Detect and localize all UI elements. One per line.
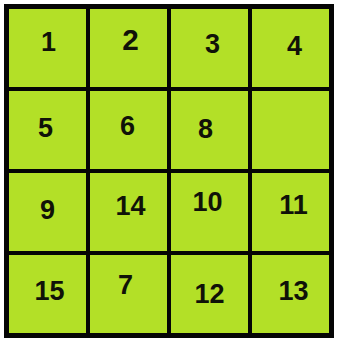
- tile-number: 5: [38, 113, 53, 144]
- tile-number: 2: [122, 23, 139, 57]
- tile-11[interactable]: 11: [252, 173, 329, 251]
- tile-3[interactable]: 3: [171, 9, 248, 87]
- tile-number: 14: [115, 191, 145, 222]
- page-background: 123456891410111571213: [0, 0, 341, 348]
- tile-number: 3: [205, 29, 220, 60]
- puzzle-board: 123456891410111571213: [4, 4, 334, 338]
- tile-14[interactable]: 14: [90, 173, 167, 251]
- tile-13[interactable]: 13: [252, 255, 329, 333]
- tile-9[interactable]: 9: [9, 173, 86, 251]
- tile-10[interactable]: 10: [171, 173, 248, 251]
- tile-5[interactable]: 5: [9, 91, 86, 169]
- tile-8[interactable]: 8: [171, 91, 248, 169]
- tile-6[interactable]: 6: [90, 91, 167, 169]
- tile-number: 4: [287, 31, 302, 62]
- tile-number: 13: [278, 276, 308, 307]
- tile-number: 7: [118, 270, 133, 301]
- tile-number: 11: [279, 190, 308, 221]
- tile-number: 12: [194, 279, 224, 310]
- tile-number: 10: [192, 187, 222, 218]
- tile-12[interactable]: 12: [171, 255, 248, 333]
- tile-number: 8: [198, 114, 213, 145]
- tile-1[interactable]: 1: [9, 9, 86, 87]
- tile-15[interactable]: 15: [9, 255, 86, 333]
- tile-4[interactable]: 4: [252, 9, 329, 87]
- tile-7[interactable]: 7: [90, 255, 167, 333]
- empty-cell: [252, 91, 329, 169]
- tile-number: 9: [40, 195, 55, 226]
- tile-number: 1: [41, 27, 56, 58]
- tile-2[interactable]: 2: [90, 9, 167, 87]
- tile-number: 6: [120, 111, 135, 142]
- tile-number: 15: [34, 276, 64, 307]
